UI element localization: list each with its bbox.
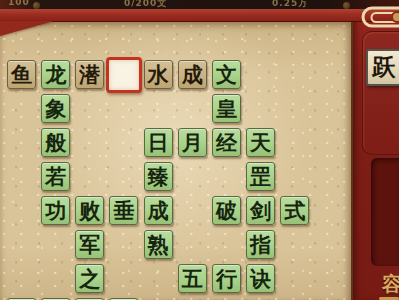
tile-char: 五 bbox=[182, 268, 203, 289]
tile-char: 经 bbox=[216, 132, 237, 153]
hud-money-count: 0.25万 bbox=[272, 0, 308, 9]
tile-char: 军 bbox=[79, 234, 100, 255]
board-tile[interactable]: 诀 bbox=[246, 264, 275, 293]
tile-char: 破 bbox=[216, 200, 237, 221]
board-tile[interactable]: 成 bbox=[144, 196, 173, 225]
board-tile[interactable]: 月 bbox=[178, 128, 207, 157]
tile-char: 水 bbox=[148, 64, 169, 85]
board-tile[interactable]: 垂 bbox=[109, 196, 138, 225]
board-tile[interactable]: 成 bbox=[178, 60, 207, 89]
board-tile[interactable]: 行 bbox=[212, 264, 241, 293]
board-tile[interactable]: 皇 bbox=[212, 94, 241, 123]
board-tile[interactable]: 破 bbox=[212, 196, 241, 225]
tile-char: 皇 bbox=[216, 98, 237, 119]
board-tile[interactable]: 天 bbox=[246, 128, 275, 157]
tile-char: 熟 bbox=[148, 234, 169, 255]
game-screen: 100 0/200文 0.25万 鱼龙潜水成文象皇般日月经天若臻罡功败垂成破剑式… bbox=[0, 0, 399, 300]
tile-char: 之 bbox=[79, 268, 100, 289]
tile-char: 般 bbox=[45, 132, 66, 153]
board-tile[interactable]: 军 bbox=[75, 230, 104, 259]
tile-char: 诀 bbox=[250, 268, 271, 289]
board-tile[interactable]: 鱼 bbox=[7, 60, 36, 89]
tile-char: 天 bbox=[250, 132, 271, 153]
board-tile[interactable]: 龙 bbox=[41, 60, 70, 89]
tile-char: 成 bbox=[182, 64, 203, 85]
tile-char: 行 bbox=[216, 268, 237, 289]
board-tile[interactable]: 日 bbox=[144, 128, 173, 157]
tile-char: 成 bbox=[148, 200, 169, 221]
board-tile[interactable]: 五 bbox=[178, 264, 207, 293]
tile-char: 败 bbox=[79, 200, 100, 221]
board-tile[interactable]: 剑 bbox=[246, 196, 275, 225]
board-tile[interactable]: 熟 bbox=[144, 230, 173, 259]
board-tile[interactable]: 水 bbox=[144, 60, 173, 89]
tile-char: 潜 bbox=[79, 64, 100, 85]
coin-icon bbox=[33, 2, 40, 9]
board-tile[interactable]: 般 bbox=[41, 128, 70, 157]
tile-char: 文 bbox=[216, 64, 237, 85]
board-tile[interactable]: 文 bbox=[212, 60, 241, 89]
board-tile[interactable]: 象 bbox=[41, 94, 70, 123]
tile-char: 垂 bbox=[113, 200, 134, 221]
hud-coins-count: 100 bbox=[8, 0, 30, 7]
board-tile[interactable]: 臻 bbox=[144, 162, 173, 191]
board-tile[interactable]: 败 bbox=[75, 196, 104, 225]
tile-char: 臻 bbox=[148, 166, 169, 187]
board-tile[interactable]: 功 bbox=[41, 196, 70, 225]
tile-char: 指 bbox=[250, 234, 271, 255]
tile-char: 鱼 bbox=[11, 64, 32, 85]
tile-char: 象 bbox=[45, 98, 66, 119]
tile-char: 月 bbox=[182, 132, 203, 153]
tile-char: 日 bbox=[148, 132, 169, 153]
hud-progress-count: 0/200文 bbox=[124, 0, 167, 9]
tiles-layer: 鱼龙潜水成文象皇般日月经天若臻罡功败垂成破剑式军熟指之五行诀 bbox=[0, 0, 399, 300]
board-tile[interactable]: 罡 bbox=[246, 162, 275, 191]
tile-char: 式 bbox=[284, 200, 305, 221]
board-tile[interactable]: 经 bbox=[212, 128, 241, 157]
frame-top-bar bbox=[0, 9, 399, 22]
corner-ribbon bbox=[0, 21, 54, 36]
tile-char: 罡 bbox=[250, 166, 271, 187]
selected-empty-cell[interactable] bbox=[106, 57, 142, 93]
tile-char: 龙 bbox=[45, 64, 66, 85]
top-hud-bar: 100 0/200文 0.25万 bbox=[0, 0, 399, 9]
board-tile[interactable]: 若 bbox=[41, 162, 70, 191]
board-tile[interactable]: 式 bbox=[280, 196, 309, 225]
board-tile[interactable]: 之 bbox=[75, 264, 104, 293]
tile-char: 剑 bbox=[250, 200, 271, 221]
tile-char: 若 bbox=[45, 166, 66, 187]
tile-char: 功 bbox=[45, 200, 66, 221]
board-tile[interactable]: 潜 bbox=[75, 60, 104, 89]
board-tile[interactable]: 指 bbox=[246, 230, 275, 259]
scroll-icon bbox=[350, 2, 399, 32]
plus-icon bbox=[343, 2, 350, 9]
